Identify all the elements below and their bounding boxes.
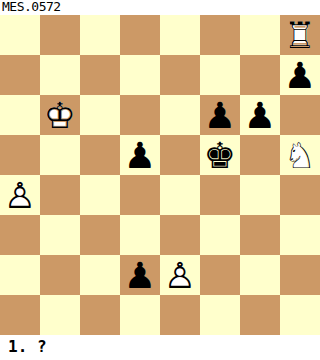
square-a4[interactable]: ♟♙ [0, 175, 40, 215]
chess-board: ♜♖♟♚♔♟♟♟♚♞♘♟♙♟♟♙ [0, 15, 320, 335]
square-d5[interactable]: ♟ [120, 135, 160, 175]
square-c1[interactable] [80, 295, 120, 335]
square-f6[interactable]: ♟ [200, 95, 240, 135]
square-h2[interactable] [280, 255, 320, 295]
square-e3[interactable] [160, 215, 200, 255]
square-b1[interactable] [40, 295, 80, 335]
square-e4[interactable] [160, 175, 200, 215]
square-c3[interactable] [80, 215, 120, 255]
square-g3[interactable] [240, 215, 280, 255]
square-g5[interactable] [240, 135, 280, 175]
white-pawn-outline: ♙ [160, 255, 200, 295]
black-pawn-glyph: ♟ [120, 135, 160, 175]
square-f5[interactable]: ♚ [200, 135, 240, 175]
black-pawn-glyph: ♟ [240, 95, 280, 135]
square-h5[interactable]: ♞♘ [280, 135, 320, 175]
square-d6[interactable] [120, 95, 160, 135]
square-g4[interactable] [240, 175, 280, 215]
square-h3[interactable] [280, 215, 320, 255]
square-d7[interactable] [120, 55, 160, 95]
square-h1[interactable] [280, 295, 320, 335]
square-c6[interactable] [80, 95, 120, 135]
square-e5[interactable] [160, 135, 200, 175]
square-c7[interactable] [80, 55, 120, 95]
move-prompt: 1. ? [0, 335, 320, 360]
black-king-piece[interactable]: ♚ [200, 135, 240, 175]
square-a5[interactable] [0, 135, 40, 175]
white-pawn-piece[interactable]: ♟♙ [160, 255, 200, 295]
white-king-piece[interactable]: ♚♔ [40, 95, 80, 135]
white-pawn-piece[interactable]: ♟♙ [0, 175, 40, 215]
square-g7[interactable] [240, 55, 280, 95]
square-b2[interactable] [40, 255, 80, 295]
square-h6[interactable] [280, 95, 320, 135]
square-c4[interactable] [80, 175, 120, 215]
square-f4[interactable] [200, 175, 240, 215]
square-g1[interactable] [240, 295, 280, 335]
square-d2[interactable]: ♟ [120, 255, 160, 295]
square-a2[interactable] [0, 255, 40, 295]
white-knight-outline: ♘ [280, 135, 320, 175]
square-g6[interactable]: ♟ [240, 95, 280, 135]
square-d8[interactable] [120, 15, 160, 55]
square-a8[interactable] [0, 15, 40, 55]
black-pawn-piece[interactable]: ♟ [240, 95, 280, 135]
square-h7[interactable]: ♟ [280, 55, 320, 95]
square-f1[interactable] [200, 295, 240, 335]
square-d3[interactable] [120, 215, 160, 255]
square-a6[interactable] [0, 95, 40, 135]
square-c8[interactable] [80, 15, 120, 55]
square-f7[interactable] [200, 55, 240, 95]
square-h8[interactable]: ♜♖ [280, 15, 320, 55]
square-h4[interactable] [280, 175, 320, 215]
black-pawn-piece[interactable]: ♟ [280, 55, 320, 95]
black-pawn-glyph: ♟ [120, 255, 160, 295]
puzzle-title: MES.0572 [0, 0, 320, 15]
square-e8[interactable] [160, 15, 200, 55]
black-pawn-piece[interactable]: ♟ [200, 95, 240, 135]
white-rook-outline: ♖ [280, 15, 320, 55]
square-f3[interactable] [200, 215, 240, 255]
black-king-glyph: ♚ [200, 135, 240, 175]
square-e7[interactable] [160, 55, 200, 95]
square-a7[interactable] [0, 55, 40, 95]
square-d1[interactable] [120, 295, 160, 335]
square-b5[interactable] [40, 135, 80, 175]
square-g2[interactable] [240, 255, 280, 295]
square-b4[interactable] [40, 175, 80, 215]
square-c5[interactable] [80, 135, 120, 175]
square-e6[interactable] [160, 95, 200, 135]
square-g8[interactable] [240, 15, 280, 55]
square-f8[interactable] [200, 15, 240, 55]
black-pawn-glyph: ♟ [280, 55, 320, 95]
black-pawn-piece[interactable]: ♟ [120, 135, 160, 175]
square-e1[interactable] [160, 295, 200, 335]
black-pawn-piece[interactable]: ♟ [120, 255, 160, 295]
white-pawn-outline: ♙ [0, 175, 40, 215]
square-b3[interactable] [40, 215, 80, 255]
square-f2[interactable] [200, 255, 240, 295]
white-knight-piece[interactable]: ♞♘ [280, 135, 320, 175]
square-b7[interactable] [40, 55, 80, 95]
white-rook-piece[interactable]: ♜♖ [280, 15, 320, 55]
square-a3[interactable] [0, 215, 40, 255]
black-pawn-glyph: ♟ [200, 95, 240, 135]
square-e2[interactable]: ♟♙ [160, 255, 200, 295]
square-a1[interactable] [0, 295, 40, 335]
square-d4[interactable] [120, 175, 160, 215]
square-b6[interactable]: ♚♔ [40, 95, 80, 135]
square-c2[interactable] [80, 255, 120, 295]
white-king-outline: ♔ [40, 95, 80, 135]
square-b8[interactable] [40, 15, 80, 55]
